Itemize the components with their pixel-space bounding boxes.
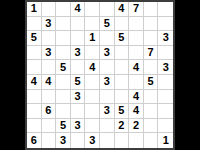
empty-cell[interactable] <box>27 46 42 61</box>
empty-cell[interactable] <box>144 2 159 17</box>
clue-cell[interactable]: 5 <box>27 31 42 46</box>
puzzle-board: 1447355153333754434453534635453226331 <box>25 0 175 150</box>
clue-cell[interactable]: 5 <box>56 60 71 75</box>
empty-cell[interactable] <box>115 90 130 105</box>
clue-cell[interactable]: 3 <box>158 60 173 75</box>
empty-cell[interactable] <box>42 119 57 134</box>
empty-cell[interactable] <box>85 46 100 61</box>
clue-cell[interactable]: 1 <box>158 133 173 148</box>
empty-cell[interactable] <box>85 90 100 105</box>
clue-cell[interactable]: 1 <box>85 31 100 46</box>
clue-cell[interactable]: 3 <box>42 46 57 61</box>
clue-cell[interactable]: 3 <box>56 133 71 148</box>
clue-cell[interactable]: 3 <box>100 104 115 119</box>
empty-cell[interactable] <box>158 46 173 61</box>
clue-cell[interactable]: 5 <box>71 75 86 90</box>
empty-cell[interactable] <box>129 17 144 32</box>
empty-cell[interactable] <box>129 46 144 61</box>
clue-cell[interactable]: 4 <box>129 90 144 105</box>
clue-cell[interactable]: 6 <box>42 104 57 119</box>
empty-cell[interactable] <box>144 60 159 75</box>
clue-cell[interactable]: 4 <box>129 104 144 119</box>
empty-cell[interactable] <box>158 17 173 32</box>
empty-cell[interactable] <box>85 119 100 134</box>
empty-cell[interactable] <box>115 17 130 32</box>
clue-cell[interactable]: 1 <box>27 2 42 17</box>
empty-cell[interactable] <box>71 133 86 148</box>
empty-cell[interactable] <box>42 60 57 75</box>
empty-cell[interactable] <box>56 2 71 17</box>
empty-cell[interactable] <box>100 133 115 148</box>
empty-cell[interactable] <box>56 90 71 105</box>
empty-cell[interactable] <box>100 119 115 134</box>
empty-cell[interactable] <box>144 119 159 134</box>
clue-cell[interactable]: 3 <box>71 90 86 105</box>
empty-cell[interactable] <box>27 17 42 32</box>
clue-cell[interactable]: 3 <box>85 133 100 148</box>
empty-cell[interactable] <box>85 17 100 32</box>
clue-cell[interactable]: 7 <box>144 46 159 61</box>
clue-cell[interactable]: 4 <box>129 60 144 75</box>
empty-cell[interactable] <box>100 90 115 105</box>
empty-cell[interactable] <box>56 17 71 32</box>
empty-cell[interactable] <box>144 17 159 32</box>
empty-cell[interactable] <box>85 2 100 17</box>
empty-cell[interactable] <box>42 90 57 105</box>
empty-cell[interactable] <box>115 46 130 61</box>
clue-cell[interactable]: 4 <box>42 75 57 90</box>
empty-cell[interactable] <box>100 60 115 75</box>
clue-cell[interactable]: 5 <box>56 119 71 134</box>
empty-cell[interactable] <box>27 90 42 105</box>
empty-cell[interactable] <box>27 119 42 134</box>
clue-cell[interactable]: 5 <box>115 104 130 119</box>
clue-cell[interactable]: 2 <box>115 119 130 134</box>
clue-cell[interactable]: 7 <box>129 2 144 17</box>
empty-cell[interactable] <box>42 31 57 46</box>
empty-cell[interactable] <box>144 133 159 148</box>
clue-cell[interactable]: 4 <box>115 2 130 17</box>
empty-cell[interactable] <box>129 31 144 46</box>
clue-cell[interactable]: 5 <box>115 31 130 46</box>
clue-cell[interactable]: 4 <box>85 60 100 75</box>
empty-cell[interactable] <box>144 104 159 119</box>
clue-cell[interactable]: 3 <box>71 46 86 61</box>
clue-cell[interactable]: 3 <box>158 31 173 46</box>
empty-cell[interactable] <box>158 119 173 134</box>
empty-cell[interactable] <box>85 104 100 119</box>
empty-cell[interactable] <box>56 104 71 119</box>
empty-cell[interactable] <box>115 75 130 90</box>
empty-cell[interactable] <box>158 75 173 90</box>
clue-cell[interactable]: 3 <box>100 75 115 90</box>
empty-cell[interactable] <box>129 75 144 90</box>
empty-cell[interactable] <box>144 90 159 105</box>
empty-cell[interactable] <box>129 133 144 148</box>
empty-cell[interactable] <box>71 17 86 32</box>
empty-cell[interactable] <box>100 31 115 46</box>
clue-cell[interactable]: 6 <box>27 133 42 148</box>
clue-cell[interactable]: 5 <box>144 75 159 90</box>
empty-cell[interactable] <box>56 31 71 46</box>
empty-cell[interactable] <box>27 104 42 119</box>
empty-cell[interactable] <box>144 31 159 46</box>
empty-cell[interactable] <box>56 46 71 61</box>
empty-cell[interactable] <box>85 75 100 90</box>
clue-cell[interactable]: 3 <box>100 46 115 61</box>
clue-cell[interactable]: 4 <box>27 75 42 90</box>
empty-cell[interactable] <box>71 60 86 75</box>
empty-cell[interactable] <box>115 133 130 148</box>
clue-cell[interactable]: 5 <box>100 17 115 32</box>
clue-cell[interactable]: 4 <box>71 2 86 17</box>
empty-cell[interactable] <box>42 2 57 17</box>
clue-cell[interactable]: 3 <box>42 17 57 32</box>
clue-cell[interactable]: 2 <box>129 119 144 134</box>
clue-cell[interactable]: 3 <box>71 119 86 134</box>
empty-cell[interactable] <box>71 104 86 119</box>
empty-cell[interactable] <box>158 2 173 17</box>
empty-cell[interactable] <box>42 133 57 148</box>
empty-cell[interactable] <box>100 2 115 17</box>
empty-cell[interactable] <box>115 60 130 75</box>
empty-cell[interactable] <box>56 75 71 90</box>
empty-cell[interactable] <box>71 31 86 46</box>
empty-cell[interactable] <box>158 104 173 119</box>
empty-cell[interactable] <box>27 60 42 75</box>
empty-cell[interactable] <box>158 90 173 105</box>
